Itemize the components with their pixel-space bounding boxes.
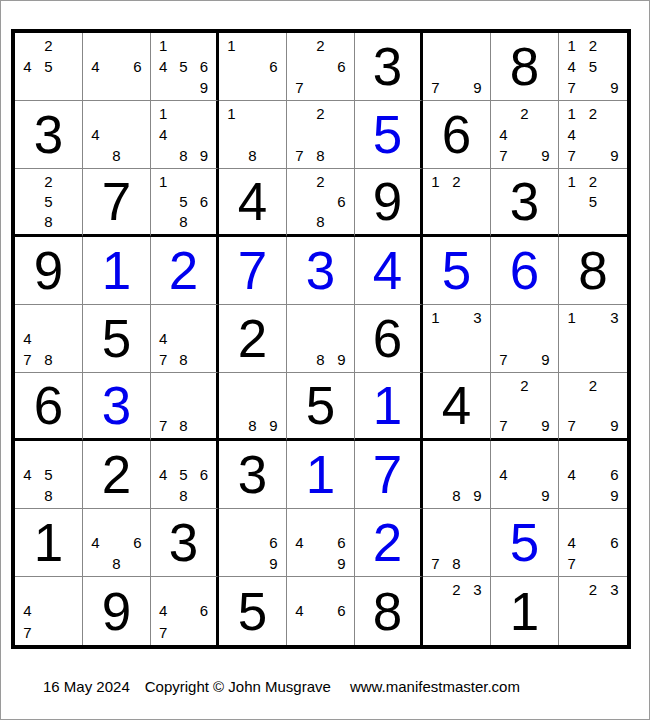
candidate-9: 9 xyxy=(194,145,214,166)
cell-r7c5[interactable]: 1 xyxy=(287,441,355,509)
candidate-4: 4 xyxy=(561,464,582,485)
cell-r8c7[interactable]: 78 xyxy=(423,509,491,577)
pencil-marks: 12479 xyxy=(561,103,625,166)
candidate-8: 8 xyxy=(242,416,263,436)
candidate-7: 7 xyxy=(17,349,38,370)
pencil-marks: 4568 xyxy=(153,443,214,506)
candidate-8: 8 xyxy=(173,212,193,232)
candidate-4: 4 xyxy=(153,328,173,349)
candidate-8: 8 xyxy=(38,212,59,232)
cell-r6c3[interactable]: 78 xyxy=(151,373,219,441)
candidate-4: 4 xyxy=(85,124,106,145)
candidate-5: 5 xyxy=(38,191,59,211)
given-digit: 3 xyxy=(510,175,539,228)
cell-r2c8[interactable]: 2479 xyxy=(491,101,559,169)
pencil-marks: 468 xyxy=(85,511,148,574)
footer-copyright: Copyright © John Musgrave xyxy=(145,678,331,695)
cell-r6c1[interactable]: 6 xyxy=(15,373,83,441)
candidate-4: 4 xyxy=(561,56,582,77)
solved-digit: 7 xyxy=(238,244,267,297)
candidate-9: 9 xyxy=(331,349,352,370)
pencil-marks: 16 xyxy=(221,35,284,98)
given-digit: 2 xyxy=(238,312,267,365)
pencil-marks: 47 xyxy=(17,579,80,643)
candidate-6: 6 xyxy=(194,191,214,211)
cell-r6c4[interactable]: 89 xyxy=(219,373,287,441)
cell-r6c5[interactable]: 5 xyxy=(287,373,355,441)
pencil-marks: 467 xyxy=(153,579,214,643)
candidate-9: 9 xyxy=(535,416,556,436)
given-digit: 8 xyxy=(578,244,607,297)
cell-r5c5[interactable]: 89 xyxy=(287,305,355,373)
solved-digit: 7 xyxy=(373,448,402,501)
cell-r1c9[interactable]: 124579 xyxy=(559,33,627,101)
candidate-9: 9 xyxy=(331,553,352,574)
candidate-1: 1 xyxy=(153,171,173,191)
pencil-marks: 279 xyxy=(561,375,625,436)
cell-r1c4[interactable]: 16 xyxy=(219,33,287,101)
candidate-4: 4 xyxy=(153,56,173,77)
pencil-marks: 89 xyxy=(289,307,352,370)
candidate-9: 9 xyxy=(467,485,488,506)
candidate-1: 1 xyxy=(561,171,582,191)
pencil-marks: 478 xyxy=(17,307,80,370)
cell-r5c4[interactable]: 2 xyxy=(219,305,287,373)
candidate-2: 2 xyxy=(38,35,59,56)
given-digit: 9 xyxy=(102,585,131,638)
cell-r2c3[interactable]: 1489 xyxy=(151,101,219,169)
cell-r4c4[interactable]: 7 xyxy=(219,237,287,305)
cell-r7c1[interactable]: 458 xyxy=(15,441,83,509)
cell-r6c2[interactable]: 3 xyxy=(83,373,151,441)
cell-r8c2[interactable]: 468 xyxy=(83,509,151,577)
cell-r5c1[interactable]: 478 xyxy=(15,305,83,373)
candidate-8: 8 xyxy=(173,485,193,506)
candidate-2: 2 xyxy=(310,171,331,191)
candidate-4: 4 xyxy=(289,600,310,621)
pencil-marks: 79 xyxy=(493,307,556,370)
candidate-1: 1 xyxy=(561,35,582,56)
given-digit: 6 xyxy=(373,312,402,365)
cell-r2c1[interactable]: 3 xyxy=(15,101,83,169)
pencil-marks: 46 xyxy=(85,35,148,98)
candidate-9: 9 xyxy=(604,145,625,166)
cell-r7c6[interactable]: 7 xyxy=(355,441,423,509)
given-digit: 5 xyxy=(306,379,335,432)
candidate-2: 2 xyxy=(310,35,331,56)
pencil-marks: 458 xyxy=(17,443,80,506)
candidate-7: 7 xyxy=(561,553,582,574)
pencil-marks: 89 xyxy=(221,375,284,436)
candidate-5: 5 xyxy=(173,56,193,77)
footer-date: 16 May 2024 xyxy=(43,678,130,695)
candidate-4: 4 xyxy=(153,600,173,621)
solved-digit: 5 xyxy=(442,244,471,297)
candidate-1: 1 xyxy=(221,103,242,124)
cell-r2c2[interactable]: 48 xyxy=(83,101,151,169)
candidate-2: 2 xyxy=(582,579,603,600)
candidate-7: 7 xyxy=(289,77,310,98)
candidate-5: 5 xyxy=(38,464,59,485)
candidate-6: 6 xyxy=(263,56,284,77)
candidate-6: 6 xyxy=(604,464,625,485)
candidate-2: 2 xyxy=(446,171,467,191)
cell-r2c9[interactable]: 12479 xyxy=(559,101,627,169)
candidate-7: 7 xyxy=(289,145,310,166)
candidate-6: 6 xyxy=(331,532,352,553)
cell-r8c6[interactable]: 2 xyxy=(355,509,423,577)
cell-r1c5[interactable]: 267 xyxy=(287,33,355,101)
cell-r3c1[interactable]: 258 xyxy=(15,169,83,237)
candidate-9: 9 xyxy=(194,77,214,98)
pencil-marks: 267 xyxy=(289,35,352,98)
candidate-6: 6 xyxy=(263,532,284,553)
cell-r7c3[interactable]: 4568 xyxy=(151,441,219,509)
candidate-7: 7 xyxy=(561,416,582,436)
cell-r4c1[interactable]: 9 xyxy=(15,237,83,305)
candidate-6: 6 xyxy=(604,532,625,553)
candidate-4: 4 xyxy=(17,600,38,621)
cell-r9c6[interactable]: 8 xyxy=(355,577,423,645)
cell-r3c9[interactable]: 125 xyxy=(559,169,627,237)
footer-website: www.manifestmaster.com xyxy=(350,678,520,695)
given-digit: 1 xyxy=(34,516,63,569)
candidate-9: 9 xyxy=(535,349,556,370)
given-digit: 3 xyxy=(238,448,267,501)
solved-digit: 1 xyxy=(373,379,402,432)
candidate-1: 1 xyxy=(425,307,446,328)
candidate-7: 7 xyxy=(493,349,514,370)
candidate-2: 2 xyxy=(310,103,331,124)
cell-r9c7[interactable]: 23 xyxy=(423,577,491,645)
candidate-7: 7 xyxy=(561,77,582,98)
candidate-8: 8 xyxy=(106,553,127,574)
given-digit: 3 xyxy=(373,40,402,93)
cell-r2c4[interactable]: 18 xyxy=(219,101,287,169)
candidate-5: 5 xyxy=(173,464,193,485)
cell-r4c9[interactable]: 8 xyxy=(559,237,627,305)
cell-r3c3[interactable]: 1568 xyxy=(151,169,219,237)
candidate-6: 6 xyxy=(331,191,352,211)
cell-r6c8[interactable]: 279 xyxy=(491,373,559,441)
candidate-7: 7 xyxy=(153,349,173,370)
candidate-8: 8 xyxy=(173,145,193,166)
candidate-8: 8 xyxy=(310,212,331,232)
candidate-1: 1 xyxy=(153,103,173,124)
candidate-4: 4 xyxy=(561,124,582,145)
pencil-marks: 23 xyxy=(425,579,488,643)
cell-r8c3[interactable]: 3 xyxy=(151,509,219,577)
candidate-5: 5 xyxy=(582,191,603,211)
cell-r5c2[interactable]: 5 xyxy=(83,305,151,373)
pencil-marks: 46 xyxy=(289,579,352,643)
given-digit: 3 xyxy=(34,108,63,161)
cell-r5c9[interactable]: 13 xyxy=(559,305,627,373)
solved-digit: 2 xyxy=(373,516,402,569)
cell-r1c3[interactable]: 14569 xyxy=(151,33,219,101)
pencil-marks: 13 xyxy=(425,307,488,370)
candidate-8: 8 xyxy=(173,416,193,436)
cell-r4c2[interactable]: 1 xyxy=(83,237,151,305)
given-digit: 4 xyxy=(238,175,267,228)
given-digit: 6 xyxy=(442,108,471,161)
pencil-marks: 1489 xyxy=(153,103,214,166)
pencil-marks: 18 xyxy=(221,103,284,166)
solved-digit: 1 xyxy=(102,244,131,297)
pencil-marks: 69 xyxy=(221,511,284,574)
candidate-8: 8 xyxy=(310,349,331,370)
candidate-9: 9 xyxy=(604,485,625,506)
pencil-marks: 467 xyxy=(561,511,625,574)
solved-digit: 6 xyxy=(510,244,539,297)
given-digit: 8 xyxy=(510,40,539,93)
candidate-7: 7 xyxy=(17,622,38,643)
solved-digit: 1 xyxy=(306,448,335,501)
candidate-2: 2 xyxy=(514,375,535,395)
cell-r9c8[interactable]: 1 xyxy=(491,577,559,645)
candidate-4: 4 xyxy=(17,464,38,485)
cell-r1c7[interactable]: 79 xyxy=(423,33,491,101)
candidate-9: 9 xyxy=(467,77,488,98)
given-digit: 6 xyxy=(34,379,63,432)
cell-r8c8[interactable]: 5 xyxy=(491,509,559,577)
cell-r9c2[interactable]: 9 xyxy=(83,577,151,645)
pencil-marks: 279 xyxy=(493,375,556,436)
candidate-2: 2 xyxy=(446,579,467,600)
sudoku-board: 2454614569162673798124579348148918278562… xyxy=(11,29,631,649)
candidate-1: 1 xyxy=(561,103,582,124)
pencil-marks: 14569 xyxy=(153,35,214,98)
candidate-4: 4 xyxy=(561,532,582,553)
pencil-marks: 258 xyxy=(17,171,80,232)
cell-r8c4[interactable]: 69 xyxy=(219,509,287,577)
candidate-8: 8 xyxy=(106,145,127,166)
given-digit: 5 xyxy=(238,585,267,638)
candidate-6: 6 xyxy=(331,600,352,621)
cell-r4c6[interactable]: 4 xyxy=(355,237,423,305)
pencil-marks: 78 xyxy=(425,511,488,574)
cell-r7c7[interactable]: 89 xyxy=(423,441,491,509)
candidate-6: 6 xyxy=(127,532,148,553)
pencil-marks: 79 xyxy=(425,35,488,98)
cell-r6c7[interactable]: 4 xyxy=(423,373,491,441)
cell-r3c8[interactable]: 3 xyxy=(491,169,559,237)
given-digit: 8 xyxy=(373,585,402,638)
cell-r1c8[interactable]: 8 xyxy=(491,33,559,101)
given-digit: 1 xyxy=(510,585,539,638)
candidate-7: 7 xyxy=(425,77,446,98)
pencil-marks: 48 xyxy=(85,103,148,166)
pencil-marks: 1568 xyxy=(153,171,214,232)
pencil-marks: 268 xyxy=(289,171,352,232)
solved-digit: 3 xyxy=(102,379,131,432)
given-digit: 4 xyxy=(442,379,471,432)
cell-r8c1[interactable]: 1 xyxy=(15,509,83,577)
candidate-2: 2 xyxy=(582,35,603,56)
cell-r7c2[interactable]: 2 xyxy=(83,441,151,509)
given-digit: 9 xyxy=(34,244,63,297)
cell-r1c1[interactable]: 245 xyxy=(15,33,83,101)
candidate-4: 4 xyxy=(17,56,38,77)
candidate-2: 2 xyxy=(582,375,603,395)
candidate-2: 2 xyxy=(582,103,603,124)
candidate-4: 4 xyxy=(85,532,106,553)
cell-r7c8[interactable]: 49 xyxy=(491,441,559,509)
candidate-1: 1 xyxy=(153,35,173,56)
pencil-marks: 124579 xyxy=(561,35,625,98)
candidate-9: 9 xyxy=(604,416,625,436)
cell-r6c9[interactable]: 279 xyxy=(559,373,627,441)
candidate-9: 9 xyxy=(263,416,284,436)
candidate-7: 7 xyxy=(153,622,173,643)
given-digit: 2 xyxy=(102,448,131,501)
pencil-marks: 12 xyxy=(425,171,488,232)
cell-r1c2[interactable]: 46 xyxy=(83,33,151,101)
cell-r3c6[interactable]: 9 xyxy=(355,169,423,237)
candidate-6: 6 xyxy=(127,56,148,77)
candidate-8: 8 xyxy=(38,485,59,506)
cell-r4c5[interactable]: 3 xyxy=(287,237,355,305)
given-digit: 9 xyxy=(373,175,402,228)
solved-digit: 2 xyxy=(169,244,198,297)
candidate-8: 8 xyxy=(446,485,467,506)
cell-r2c5[interactable]: 278 xyxy=(287,101,355,169)
candidate-3: 3 xyxy=(604,307,625,328)
candidate-9: 9 xyxy=(535,485,556,506)
candidate-1: 1 xyxy=(221,35,242,56)
cell-r3c2[interactable]: 7 xyxy=(83,169,151,237)
candidate-8: 8 xyxy=(38,349,59,370)
pencil-marks: 469 xyxy=(561,443,625,506)
pencil-marks: 469 xyxy=(289,511,352,574)
candidate-2: 2 xyxy=(514,103,535,124)
cell-r4c3[interactable]: 2 xyxy=(151,237,219,305)
given-digit: 3 xyxy=(169,516,198,569)
page: 2454614569162673798124579348148918278562… xyxy=(0,0,650,720)
given-digit: 5 xyxy=(102,312,131,365)
candidate-7: 7 xyxy=(425,553,446,574)
candidate-9: 9 xyxy=(535,145,556,166)
cell-r9c4[interactable]: 5 xyxy=(219,577,287,645)
candidate-1: 1 xyxy=(561,307,582,328)
cell-r3c5[interactable]: 268 xyxy=(287,169,355,237)
cell-r6c6[interactable]: 1 xyxy=(355,373,423,441)
cell-r4c8[interactable]: 6 xyxy=(491,237,559,305)
candidate-2: 2 xyxy=(582,171,603,191)
candidate-5: 5 xyxy=(173,191,193,211)
pencil-marks: 125 xyxy=(561,171,625,232)
candidate-8: 8 xyxy=(173,349,193,370)
cell-r9c9[interactable]: 23 xyxy=(559,577,627,645)
cell-r9c3[interactable]: 467 xyxy=(151,577,219,645)
candidate-4: 4 xyxy=(17,328,38,349)
cell-r5c8[interactable]: 79 xyxy=(491,305,559,373)
candidate-6: 6 xyxy=(194,464,214,485)
candidate-6: 6 xyxy=(194,600,214,621)
cell-r1c6[interactable]: 3 xyxy=(355,33,423,101)
cell-r2c7[interactable]: 6 xyxy=(423,101,491,169)
candidate-9: 9 xyxy=(263,553,284,574)
candidate-4: 4 xyxy=(493,464,514,485)
solved-digit: 5 xyxy=(373,108,402,161)
pencil-marks: 2479 xyxy=(493,103,556,166)
candidate-1: 1 xyxy=(425,171,446,191)
solved-digit: 3 xyxy=(306,244,335,297)
candidate-4: 4 xyxy=(85,56,106,77)
cell-r2c6[interactable]: 5 xyxy=(355,101,423,169)
candidate-8: 8 xyxy=(446,553,467,574)
candidate-3: 3 xyxy=(604,579,625,600)
candidate-4: 4 xyxy=(493,124,514,145)
cell-r5c3[interactable]: 478 xyxy=(151,305,219,373)
candidate-6: 6 xyxy=(331,56,352,77)
candidate-5: 5 xyxy=(38,56,59,77)
cell-r5c7[interactable]: 13 xyxy=(423,305,491,373)
cell-r8c5[interactable]: 469 xyxy=(287,509,355,577)
candidate-7: 7 xyxy=(493,145,514,166)
pencil-marks: 49 xyxy=(493,443,556,506)
candidate-2: 2 xyxy=(38,171,59,191)
candidate-6: 6 xyxy=(194,56,214,77)
pencil-marks: 478 xyxy=(153,307,214,370)
pencil-marks: 78 xyxy=(153,375,214,436)
solved-digit: 5 xyxy=(510,516,539,569)
candidate-7: 7 xyxy=(493,416,514,436)
cell-r5c6[interactable]: 6 xyxy=(355,305,423,373)
candidate-5: 5 xyxy=(582,56,603,77)
candidate-4: 4 xyxy=(153,124,173,145)
cell-r7c9[interactable]: 469 xyxy=(559,441,627,509)
candidate-3: 3 xyxy=(467,307,488,328)
solved-digit: 4 xyxy=(373,244,402,297)
cell-r9c1[interactable]: 47 xyxy=(15,577,83,645)
pencil-marks: 89 xyxy=(425,443,488,506)
pencil-marks: 278 xyxy=(289,103,352,166)
cell-r8c9[interactable]: 467 xyxy=(559,509,627,577)
cell-r4c7[interactable]: 5 xyxy=(423,237,491,305)
candidate-8: 8 xyxy=(242,145,263,166)
given-digit: 7 xyxy=(102,175,131,228)
candidate-4: 4 xyxy=(153,464,173,485)
cell-r3c4[interactable]: 4 xyxy=(219,169,287,237)
candidate-8: 8 xyxy=(310,145,331,166)
candidate-7: 7 xyxy=(153,416,173,436)
pencil-marks: 245 xyxy=(17,35,80,98)
cell-r9c5[interactable]: 46 xyxy=(287,577,355,645)
candidate-9: 9 xyxy=(604,77,625,98)
cell-r3c7[interactable]: 12 xyxy=(423,169,491,237)
footer: 16 May 2024Copyright © John Musgravewww.… xyxy=(43,678,520,695)
pencil-marks: 13 xyxy=(561,307,625,370)
candidate-3: 3 xyxy=(467,579,488,600)
cell-r7c4[interactable]: 3 xyxy=(219,441,287,509)
candidate-7: 7 xyxy=(561,145,582,166)
pencil-marks: 23 xyxy=(561,579,625,643)
candidate-4: 4 xyxy=(289,532,310,553)
